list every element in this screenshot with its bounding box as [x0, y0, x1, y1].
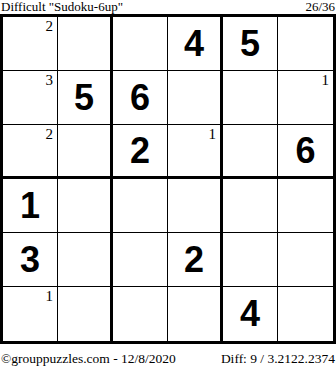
cell-r4c3[interactable]	[113, 179, 168, 233]
copyright-text: ©grouppuzzles.com - 12/8/2020	[1, 352, 176, 366]
cell-r6c6[interactable]	[278, 287, 333, 341]
cell-r1c3[interactable]	[113, 17, 168, 71]
cell-r2c2[interactable]: 5	[58, 71, 113, 125]
given-digit: 6	[295, 133, 315, 169]
cell-r2c6[interactable]: 1	[278, 71, 333, 125]
cell-r4c5[interactable]	[223, 179, 278, 233]
cell-r1c2[interactable]	[58, 17, 113, 71]
given-digit: 5	[74, 80, 94, 116]
given-digit: 5	[240, 26, 260, 62]
corner-hint: 1	[209, 127, 217, 142]
cell-r4c1[interactable]: 1	[3, 179, 58, 233]
cell-r2c3[interactable]: 6	[113, 71, 168, 125]
cell-r3c2[interactable]	[58, 125, 113, 179]
given-digit: 3	[20, 242, 40, 278]
corner-hint: 1	[46, 289, 54, 304]
cell-r4c2[interactable]	[58, 179, 113, 233]
cell-r2c4[interactable]	[168, 71, 223, 125]
cell-r3c1[interactable]: 2	[3, 125, 58, 179]
cell-r1c1[interactable]: 2	[3, 17, 58, 71]
cell-r5c6[interactable]	[278, 233, 333, 287]
corner-hint: 3	[46, 73, 54, 88]
puzzle-page: Difficult "Sudoku-6up" 26/36 24535612216…	[0, 0, 336, 370]
cell-r1c6[interactable]	[278, 17, 333, 71]
cell-r5c1[interactable]: 3	[3, 233, 58, 287]
given-digit: 2	[184, 242, 204, 278]
footer: ©grouppuzzles.com - 12/8/2020 Diff: 9 / …	[0, 352, 336, 366]
cell-r6c1[interactable]: 1	[3, 287, 58, 341]
cell-r2c1[interactable]: 3	[3, 71, 58, 125]
cell-r1c5[interactable]: 5	[223, 17, 278, 71]
cell-r2c5[interactable]	[223, 71, 278, 125]
cell-r4c6[interactable]	[278, 179, 333, 233]
cell-r5c3[interactable]	[113, 233, 168, 287]
difficulty-text: Diff: 9 / 3.2122.2374	[221, 352, 335, 366]
cell-r3c6[interactable]: 6	[278, 125, 333, 179]
cell-r4c4[interactable]	[168, 179, 223, 233]
cell-r6c5[interactable]: 4	[223, 287, 278, 341]
cell-r3c3[interactable]: 2	[113, 125, 168, 179]
cell-r5c5[interactable]	[223, 233, 278, 287]
puzzle-counter: 26/36	[305, 0, 335, 13]
given-digit: 4	[184, 26, 204, 62]
cell-r5c4[interactable]: 2	[168, 233, 223, 287]
cell-r6c2[interactable]	[58, 287, 113, 341]
cell-r3c5[interactable]	[223, 125, 278, 179]
page-title: Difficult "Sudoku-6up"	[1, 0, 123, 13]
cell-r1c4[interactable]: 4	[168, 17, 223, 71]
given-digit: 1	[20, 188, 40, 224]
cell-r6c4[interactable]	[168, 287, 223, 341]
corner-hint: 2	[46, 127, 54, 142]
given-digit: 2	[130, 133, 150, 169]
cell-r6c3[interactable]	[113, 287, 168, 341]
given-digit: 4	[240, 296, 260, 332]
cell-r5c2[interactable]	[58, 233, 113, 287]
corner-hint: 2	[46, 19, 54, 34]
board: 2453561221613214	[0, 14, 336, 344]
corner-hint: 1	[322, 73, 330, 88]
header: Difficult "Sudoku-6up" 26/36	[0, 0, 336, 13]
cell-r3c4[interactable]: 1	[168, 125, 223, 179]
given-digit: 6	[130, 80, 150, 116]
